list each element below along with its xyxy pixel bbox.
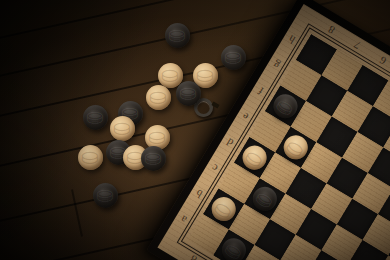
black-checker-table-15[interactable]: ⛂ [93,183,118,208]
table-plank-joint [71,189,83,236]
black-checker-table-5[interactable]: ⛂ [176,81,201,106]
photo-scene: hhggffeeddccbbaa8877665544332211 ⛀⛀⛀⛂⛂⛂ … [0,0,390,260]
white-checker-table-12[interactable]: ⛀ [78,145,103,170]
white-checker-table-9[interactable]: ⛀ [110,116,135,141]
black-checker-table-8[interactable]: ⛂ [83,105,108,130]
black-checker-table-1[interactable]: ⛂ [165,23,190,48]
black-checker-table-14[interactable]: ⛂ [141,146,166,171]
white-checker-table-6[interactable]: ⛀ [146,85,171,110]
black-checker-table-2[interactable]: ⛂ [221,45,246,70]
